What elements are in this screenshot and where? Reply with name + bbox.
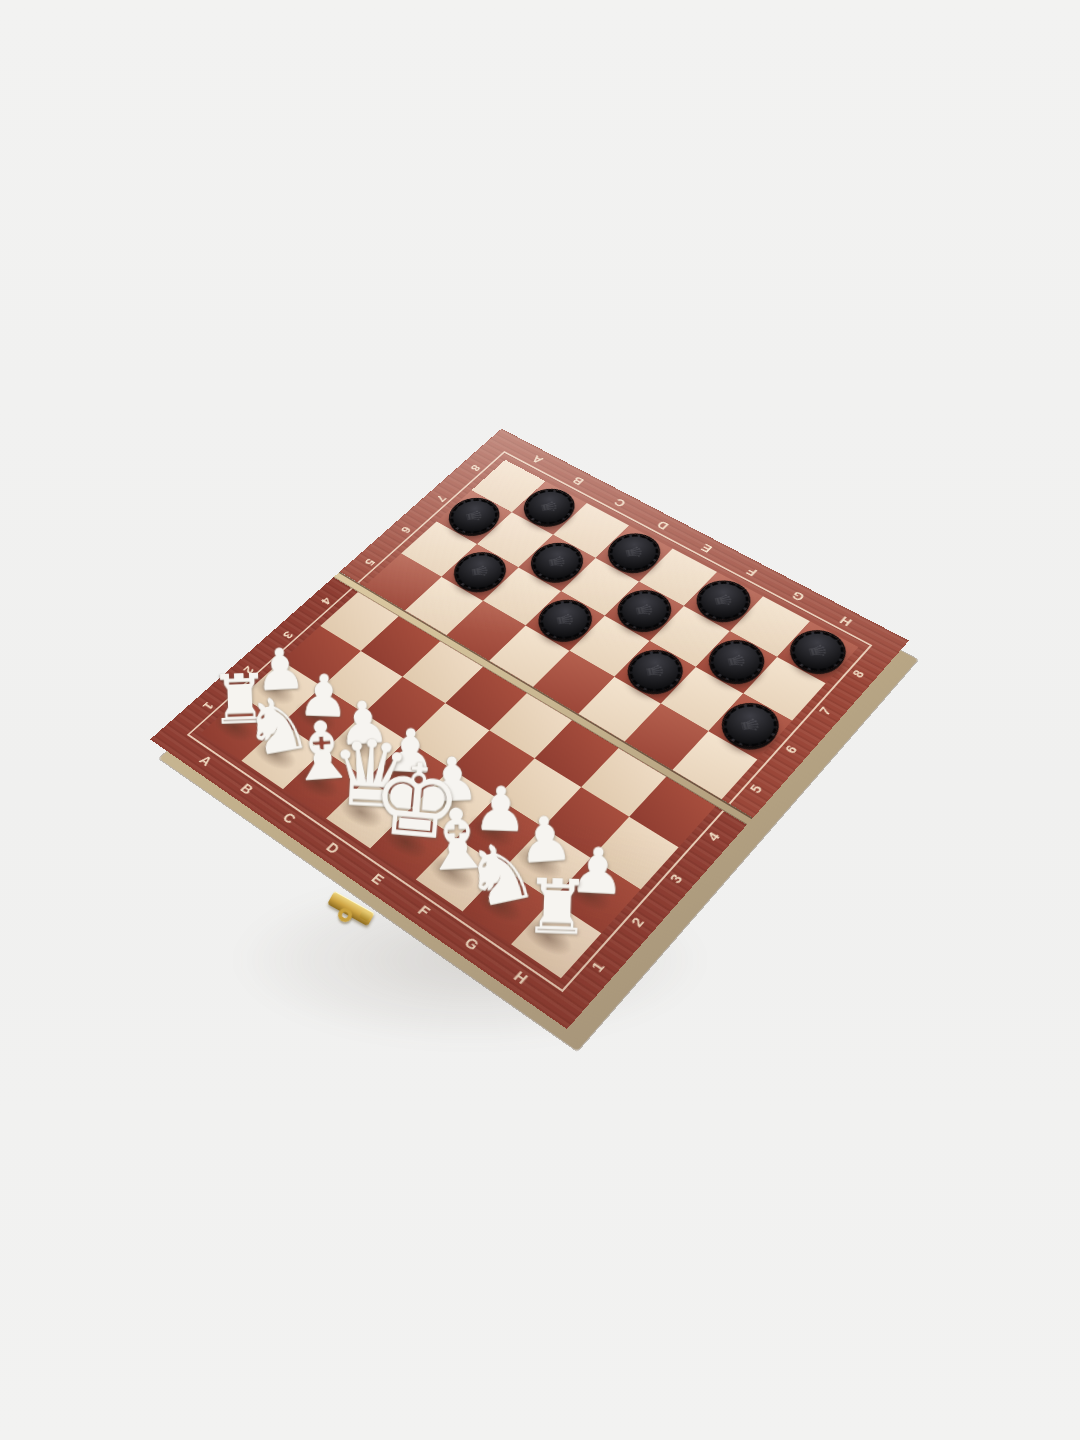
checker-crown-emboss-icon: ♛: [609, 534, 660, 572]
checker-crown-emboss-icon: ♛: [525, 489, 573, 525]
white-rook-h1[interactable]: ♜: [523, 872, 592, 945]
checker-crown-emboss-icon: ♛: [456, 552, 505, 590]
checker-crown-emboss-icon: ♛: [697, 581, 750, 621]
checker-crown-emboss-icon: ♛: [618, 590, 670, 630]
checker-crown-emboss-icon: ♛: [540, 600, 591, 640]
checker-crown-emboss-icon: ♛: [790, 630, 846, 672]
coordinate-label-4: 4: [297, 581, 355, 621]
checker-crown-emboss-icon: ♛: [628, 650, 682, 692]
checker-crown-emboss-icon: ♛: [451, 498, 498, 535]
checker-crown-emboss-icon: ♛: [532, 543, 582, 581]
checker-crown-emboss-icon: ♛: [722, 703, 779, 747]
checker-crown-emboss-icon: ♛: [709, 640, 764, 682]
product-photo-scene: ABCDEFGH 8765 8765 ♛♛♛♛♛♛♛♛♛♛♛♛ ♟♟♟♟♟♟♟♟…: [0, 0, 1080, 1440]
square-f6[interactable]: ♛: [614, 641, 695, 704]
